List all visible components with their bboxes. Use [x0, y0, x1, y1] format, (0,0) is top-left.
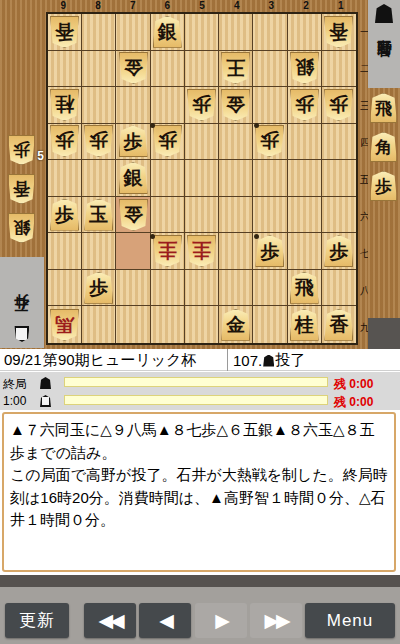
- square-9七[interactable]: [48, 233, 82, 270]
- star-point: [150, 123, 155, 128]
- event-title: 第90期ヒューリック杯: [43, 351, 196, 370]
- square-9一[interactable]: 香: [48, 14, 82, 51]
- square-8六[interactable]: 玉: [82, 197, 116, 234]
- move-number: 107.: [233, 352, 262, 369]
- file-label: 3: [254, 0, 289, 12]
- square-2一[interactable]: [288, 14, 322, 51]
- sente-hand-tray: 飛角歩: [368, 88, 400, 318]
- square-8三[interactable]: [82, 87, 116, 124]
- gote-hand-歩[interactable]: 歩5: [8, 135, 35, 165]
- shogi-board[interactable]: 香銀香金王銀桂歩金歩歩歩歩歩歩歩銀歩玉金圭圭歩歩歩飛馬金桂香: [46, 12, 358, 345]
- square-9五[interactable]: [48, 160, 82, 197]
- square-5五[interactable]: [185, 160, 219, 197]
- square-8九[interactable]: [82, 306, 116, 343]
- square-1七[interactable]: 歩: [322, 233, 356, 270]
- square-2四[interactable]: [288, 124, 322, 161]
- hand-piece-glyph: 銀: [8, 213, 35, 243]
- square-7九[interactable]: [116, 306, 150, 343]
- square-1四[interactable]: [322, 124, 356, 161]
- sente-piece-歩[interactable]: 歩: [255, 235, 284, 267]
- star-point: [254, 234, 259, 239]
- square-6七[interactable]: 圭: [151, 233, 185, 270]
- square-8七[interactable]: [82, 233, 116, 270]
- gote-name-plate: 石井: [0, 257, 44, 348]
- rewind-button[interactable]: ◀◀: [84, 603, 136, 638]
- square-4一[interactable]: [219, 14, 253, 51]
- sente-piece-玉[interactable]: 玉: [84, 199, 113, 231]
- sente-piece-金[interactable]: 金: [221, 309, 250, 341]
- toolbar-divider: [0, 575, 400, 587]
- file-label: 9: [46, 0, 81, 12]
- square-4五[interactable]: [219, 160, 253, 197]
- square-6四[interactable]: 歩: [151, 124, 185, 161]
- hand-piece-count: 5: [37, 149, 44, 163]
- move-side-icon: [263, 355, 274, 367]
- gote-piece-金[interactable]: 金: [119, 199, 148, 231]
- sente-piece-歩[interactable]: 歩: [84, 272, 113, 304]
- time-bar: [64, 377, 328, 387]
- gote-piece-歩[interactable]: 歩: [187, 89, 216, 121]
- gote-piece-圭[interactable]: 圭: [187, 235, 216, 267]
- sente-piece-歩[interactable]: 歩: [50, 199, 79, 231]
- square-4二[interactable]: 王: [219, 51, 253, 88]
- sente-hand-角[interactable]: 角: [370, 132, 397, 162]
- square-1八[interactable]: [322, 270, 356, 307]
- square-7四[interactable]: 歩: [116, 124, 150, 161]
- gote-piece-香[interactable]: 香: [324, 16, 353, 48]
- gote-piece-icon: [15, 326, 30, 342]
- square-8五[interactable]: [82, 160, 116, 197]
- square-2二[interactable]: 銀: [288, 51, 322, 88]
- time-bar: [64, 395, 328, 405]
- square-5六[interactable]: [185, 197, 219, 234]
- square-2七[interactable]: [288, 233, 322, 270]
- gote-piece-銀[interactable]: 銀: [290, 52, 319, 84]
- hand-piece-glyph: 角: [370, 132, 397, 162]
- gote-piece-王[interactable]: 王: [221, 52, 250, 84]
- square-9九[interactable]: 馬: [48, 306, 82, 343]
- square-2三[interactable]: 歩: [288, 87, 322, 124]
- file-labels: 987654321: [46, 0, 358, 12]
- square-5七[interactable]: 圭: [185, 233, 219, 270]
- file-label: 5: [185, 0, 220, 12]
- square-4三[interactable]: 金: [219, 87, 253, 124]
- sente-player-name: 高野智: [375, 26, 394, 32]
- clock-area: 終局残 0:001:00残 0:00: [0, 372, 400, 410]
- square-1三[interactable]: 歩: [322, 87, 356, 124]
- square-7五[interactable]: 銀: [116, 160, 150, 197]
- square-8二[interactable]: [82, 51, 116, 88]
- square-9二[interactable]: [48, 51, 82, 88]
- gote-piece-歩[interactable]: 歩: [324, 89, 353, 121]
- move-text: 投了: [275, 351, 305, 370]
- square-3二[interactable]: [253, 51, 287, 88]
- clock-label: 1:00: [3, 394, 26, 408]
- square-4四[interactable]: [219, 124, 253, 161]
- gote-piece-金[interactable]: 金: [221, 89, 250, 121]
- sente-hand-歩[interactable]: 歩: [370, 171, 397, 201]
- square-3四[interactable]: 歩: [253, 124, 287, 161]
- file-label: 6: [150, 0, 185, 12]
- sente-piece-桂[interactable]: 桂: [290, 309, 319, 341]
- star-point: [254, 123, 259, 128]
- gote-piece-歩[interactable]: 歩: [290, 89, 319, 121]
- square-3六[interactable]: [253, 197, 287, 234]
- square-1九[interactable]: 香: [322, 306, 356, 343]
- square-4九[interactable]: 金: [219, 306, 253, 343]
- commentary-text: ▲７六同玉に△９八馬▲８七歩△６五銀▲８六玉△８五歩までの詰み。: [10, 419, 388, 464]
- gote-hand-香[interactable]: 香: [8, 174, 35, 204]
- sente-clock-icon: [40, 377, 51, 389]
- square-7二[interactable]: 金: [116, 51, 150, 88]
- gote-piece-歩[interactable]: 歩: [153, 125, 182, 157]
- right-panel-bottom: [368, 318, 400, 349]
- square-3七[interactable]: 歩: [253, 233, 287, 270]
- square-4七[interactable]: [219, 233, 253, 270]
- square-5一[interactable]: [185, 14, 219, 51]
- gote-piece-歩[interactable]: 歩: [84, 125, 113, 157]
- square-2八[interactable]: 飛: [288, 270, 322, 307]
- file-label: 2: [289, 0, 324, 12]
- square-7八[interactable]: [116, 270, 150, 307]
- gote-piece-桂[interactable]: 桂: [50, 89, 79, 121]
- menu-button[interactable]: Menu: [305, 603, 395, 638]
- square-2五[interactable]: [288, 160, 322, 197]
- square-5九[interactable]: [185, 306, 219, 343]
- square-3一[interactable]: [253, 14, 287, 51]
- gote-piece-香[interactable]: 香: [50, 16, 79, 48]
- sente-piece-icon: [375, 4, 393, 23]
- file-label: 8: [81, 0, 116, 12]
- sente-name-plate: 高野智: [368, 0, 400, 88]
- sente-piece-飛[interactable]: 飛: [290, 272, 319, 304]
- hand-piece-glyph: 歩: [8, 135, 35, 165]
- gote-piece-金[interactable]: 金: [119, 52, 148, 84]
- square-5二[interactable]: [185, 51, 219, 88]
- gote-clock-icon: [40, 395, 51, 407]
- square-7一[interactable]: [116, 14, 150, 51]
- commentary-box[interactable]: ▲７六同玉に△９八馬▲８七歩△６五銀▲８六玉△８五歩までの詰み。この局面で高野が…: [2, 412, 396, 572]
- hand-piece-glyph: 飛: [370, 93, 397, 123]
- square-8一[interactable]: [82, 14, 116, 51]
- square-1二[interactable]: [322, 51, 356, 88]
- square-8八[interactable]: 歩: [82, 270, 116, 307]
- square-7三[interactable]: [116, 87, 150, 124]
- square-5八[interactable]: [185, 270, 219, 307]
- gote-piece-歩[interactable]: 歩: [255, 125, 284, 157]
- fast-forward-button[interactable]: ▶▶: [250, 603, 302, 638]
- sente-piece-香[interactable]: 香: [324, 309, 353, 341]
- square-6三[interactable]: [151, 87, 185, 124]
- game-date: 09/21: [4, 351, 42, 368]
- hand-piece-glyph: 香: [8, 174, 35, 204]
- clock-row-gote: 1:00残 0:00: [0, 392, 400, 409]
- square-1六[interactable]: [322, 197, 356, 234]
- square-8四[interactable]: 歩: [82, 124, 116, 161]
- square-9四[interactable]: 歩: [48, 124, 82, 161]
- current-move: 107. 投了: [233, 351, 305, 370]
- gote-piece-歩[interactable]: 歩: [50, 125, 79, 157]
- square-3九[interactable]: [253, 306, 287, 343]
- square-1五[interactable]: [322, 160, 356, 197]
- square-6一[interactable]: 銀: [151, 14, 185, 51]
- sente-piece-銀[interactable]: 銀: [153, 16, 182, 48]
- square-3五[interactable]: [253, 160, 287, 197]
- shogi-app: 987654321 香銀香金王銀桂歩金歩歩歩歩歩歩歩銀歩玉金圭圭歩歩歩飛馬金桂香…: [0, 0, 400, 644]
- square-2六[interactable]: [288, 197, 322, 234]
- gote-piece-圭[interactable]: 圭: [153, 235, 182, 267]
- square-7六[interactable]: 金: [116, 197, 150, 234]
- file-label: 1: [323, 0, 358, 12]
- gote-piece-馬[interactable]: 馬: [50, 309, 79, 341]
- update-button[interactable]: 更新: [5, 603, 69, 638]
- square-6五[interactable]: [151, 160, 185, 197]
- step-forward-button[interactable]: ▶: [195, 603, 247, 638]
- gote-player-name: 石井: [13, 319, 32, 323]
- hand-piece-glyph: 歩: [370, 171, 397, 201]
- square-6六[interactable]: [151, 197, 185, 234]
- square-4八[interactable]: [219, 270, 253, 307]
- gote-hand-銀[interactable]: 銀: [8, 213, 35, 243]
- square-5三[interactable]: 歩: [185, 87, 219, 124]
- square-9八[interactable]: [48, 270, 82, 307]
- sente-hand-飛[interactable]: 飛: [370, 93, 397, 123]
- square-3八[interactable]: [253, 270, 287, 307]
- toolbar: 更新◀◀◀▶▶▶Menu: [0, 587, 400, 644]
- square-9六[interactable]: 歩: [48, 197, 82, 234]
- clock-row-sente: 終局残 0:00: [0, 374, 400, 391]
- commentary-text: この局面で高野が投了。石井が大熱戦を制した。終局時刻は16時20分。消費時間は、…: [10, 464, 388, 532]
- sente-piece-銀[interactable]: 銀: [119, 162, 148, 194]
- square-7七[interactable]: [116, 233, 150, 270]
- square-9三[interactable]: 桂: [48, 87, 82, 124]
- remaining-time: 残 0:00: [334, 394, 373, 411]
- clock-label: 終局: [3, 376, 27, 393]
- square-1一[interactable]: 香: [322, 14, 356, 51]
- step-back-button[interactable]: ◀: [139, 603, 191, 638]
- info-divider: [227, 349, 228, 371]
- square-6八[interactable]: [151, 270, 185, 307]
- square-5四[interactable]: [185, 124, 219, 161]
- square-6二[interactable]: [151, 51, 185, 88]
- square-3三[interactable]: [253, 87, 287, 124]
- remaining-time: 残 0:00: [334, 376, 373, 393]
- square-2九[interactable]: 桂: [288, 306, 322, 343]
- sente-piece-歩[interactable]: 歩: [119, 125, 148, 157]
- square-6九[interactable]: [151, 306, 185, 343]
- sente-piece-歩[interactable]: 歩: [324, 235, 353, 267]
- info-bar: 09/21 第90期ヒューリック杯 107. 投了: [0, 349, 400, 371]
- file-label: 7: [115, 0, 150, 12]
- gote-hand-tray: 歩5香銀: [0, 0, 44, 257]
- star-point: [150, 234, 155, 239]
- file-label: 4: [219, 0, 254, 12]
- square-4六[interactable]: [219, 197, 253, 234]
